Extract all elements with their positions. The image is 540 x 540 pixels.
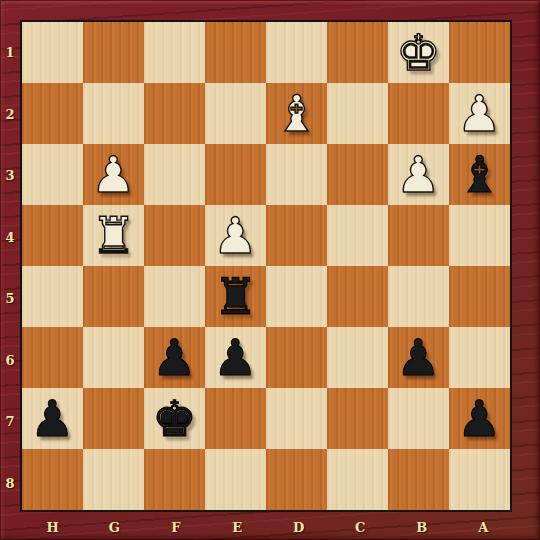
square-g5[interactable] xyxy=(83,266,144,327)
black-rook[interactable]: ♜ xyxy=(213,272,258,322)
square-e4[interactable]: ♟ xyxy=(205,205,266,266)
square-a6[interactable] xyxy=(449,327,510,388)
rank-label-1: 1 xyxy=(0,22,20,84)
square-b6[interactable]: ♟ xyxy=(388,327,449,388)
square-b5[interactable] xyxy=(388,266,449,327)
white-pawn[interactable]: ♟ xyxy=(457,89,502,139)
square-e6[interactable]: ♟ xyxy=(205,327,266,388)
square-a1[interactable] xyxy=(449,22,510,83)
file-label-E: E xyxy=(207,520,269,535)
square-d2[interactable]: ♝ xyxy=(266,83,327,144)
white-king[interactable]: ♚ xyxy=(396,28,441,78)
square-g3[interactable]: ♟ xyxy=(83,144,144,205)
square-a5[interactable] xyxy=(449,266,510,327)
square-f1[interactable] xyxy=(144,22,205,83)
square-c5[interactable] xyxy=(327,266,388,327)
black-pawn[interactable]: ♟ xyxy=(213,333,258,383)
square-f8[interactable] xyxy=(144,449,205,510)
white-pawn[interactable]: ♟ xyxy=(91,150,136,200)
square-c1[interactable] xyxy=(327,22,388,83)
rank-label-5: 5 xyxy=(0,268,20,330)
white-pawn[interactable]: ♟ xyxy=(396,150,441,200)
black-king[interactable]: ♚ xyxy=(152,394,197,444)
square-g1[interactable] xyxy=(83,22,144,83)
square-h4[interactable] xyxy=(22,205,83,266)
square-a8[interactable] xyxy=(449,449,510,510)
square-h5[interactable] xyxy=(22,266,83,327)
square-f2[interactable] xyxy=(144,83,205,144)
square-c4[interactable] xyxy=(327,205,388,266)
chessboard-frame: ♚♝♟♟♟♝♜♟♜♟♟♟♟♚♟ 12345678 HGFEDCBA xyxy=(0,0,540,540)
rank-label-7: 7 xyxy=(0,391,20,453)
square-c2[interactable] xyxy=(327,83,388,144)
square-d7[interactable] xyxy=(266,388,327,449)
square-h7[interactable]: ♟ xyxy=(22,388,83,449)
square-h2[interactable] xyxy=(22,83,83,144)
square-d8[interactable] xyxy=(266,449,327,510)
square-g6[interactable] xyxy=(83,327,144,388)
square-b4[interactable] xyxy=(388,205,449,266)
square-h1[interactable] xyxy=(22,22,83,83)
file-label-A: A xyxy=(453,520,515,535)
file-label-D: D xyxy=(268,520,330,535)
square-a2[interactable]: ♟ xyxy=(449,83,510,144)
file-label-H: H xyxy=(22,520,84,535)
square-g4[interactable]: ♜ xyxy=(83,205,144,266)
square-f7[interactable]: ♚ xyxy=(144,388,205,449)
black-pawn[interactable]: ♟ xyxy=(396,333,441,383)
square-d6[interactable] xyxy=(266,327,327,388)
file-label-F: F xyxy=(145,520,207,535)
black-pawn[interactable]: ♟ xyxy=(30,394,75,444)
rank-label-3: 3 xyxy=(0,145,20,207)
square-e3[interactable] xyxy=(205,144,266,205)
square-e2[interactable] xyxy=(205,83,266,144)
square-d1[interactable] xyxy=(266,22,327,83)
square-b1[interactable]: ♚ xyxy=(388,22,449,83)
square-g2[interactable] xyxy=(83,83,144,144)
rank-label-4: 4 xyxy=(0,207,20,269)
file-label-C: C xyxy=(330,520,392,535)
square-e8[interactable] xyxy=(205,449,266,510)
square-f5[interactable] xyxy=(144,266,205,327)
square-c7[interactable] xyxy=(327,388,388,449)
rank-label-2: 2 xyxy=(0,84,20,146)
square-b8[interactable] xyxy=(388,449,449,510)
square-f6[interactable]: ♟ xyxy=(144,327,205,388)
rank-labels: 12345678 xyxy=(0,22,20,514)
square-h6[interactable] xyxy=(22,327,83,388)
black-pawn[interactable]: ♟ xyxy=(457,394,502,444)
square-f4[interactable] xyxy=(144,205,205,266)
square-e1[interactable] xyxy=(205,22,266,83)
white-bishop[interactable]: ♝ xyxy=(274,89,319,139)
square-d5[interactable] xyxy=(266,266,327,327)
square-b2[interactable] xyxy=(388,83,449,144)
square-f3[interactable] xyxy=(144,144,205,205)
rank-label-6: 6 xyxy=(0,330,20,392)
file-label-G: G xyxy=(84,520,146,535)
square-g7[interactable] xyxy=(83,388,144,449)
square-c3[interactable] xyxy=(327,144,388,205)
square-a3[interactable]: ♝ xyxy=(449,144,510,205)
square-b7[interactable] xyxy=(388,388,449,449)
square-c8[interactable] xyxy=(327,449,388,510)
white-pawn[interactable]: ♟ xyxy=(213,211,258,261)
square-g8[interactable] xyxy=(83,449,144,510)
white-rook[interactable]: ♜ xyxy=(91,211,136,261)
square-d4[interactable] xyxy=(266,205,327,266)
black-bishop[interactable]: ♝ xyxy=(457,150,502,200)
square-e7[interactable] xyxy=(205,388,266,449)
square-a7[interactable]: ♟ xyxy=(449,388,510,449)
square-c6[interactable] xyxy=(327,327,388,388)
file-labels: HGFEDCBA xyxy=(22,517,514,538)
square-b3[interactable]: ♟ xyxy=(388,144,449,205)
square-d3[interactable] xyxy=(266,144,327,205)
square-a4[interactable] xyxy=(449,205,510,266)
chess-board: ♚♝♟♟♟♝♜♟♜♟♟♟♟♚♟ xyxy=(20,20,512,512)
black-pawn[interactable]: ♟ xyxy=(152,333,197,383)
square-h3[interactable] xyxy=(22,144,83,205)
square-h8[interactable] xyxy=(22,449,83,510)
square-e5[interactable]: ♜ xyxy=(205,266,266,327)
rank-label-8: 8 xyxy=(0,453,20,515)
file-label-B: B xyxy=(391,520,453,535)
